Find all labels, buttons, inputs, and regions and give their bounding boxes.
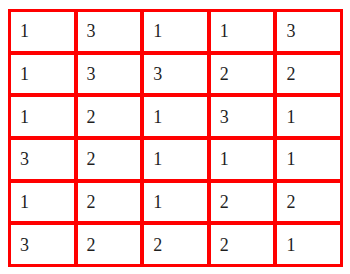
- grid-cell-r5c4: 2: [211, 183, 274, 222]
- grid-cell-r4c4: 1: [211, 140, 274, 179]
- grid-cell-r2c4: 2: [211, 55, 274, 94]
- grid-cell-r1c5: 3: [277, 12, 340, 51]
- grid-cell-r3c2: 2: [78, 97, 141, 136]
- grid-cell-r3c1: 1: [11, 97, 74, 136]
- grid-cell-r2c3: 3: [144, 55, 207, 94]
- grid-cell-r1c1: 1: [11, 12, 74, 51]
- grid-cell-r2c5: 2: [277, 55, 340, 94]
- grid-cell-r5c3: 1: [144, 183, 207, 222]
- grid-cell-r2c1: 1: [11, 55, 74, 94]
- grid-cell-r3c4: 3: [211, 97, 274, 136]
- grid-cell-r3c3: 1: [144, 97, 207, 136]
- grid-cell-r4c3: 1: [144, 140, 207, 179]
- grid-cell-r6c4: 2: [211, 225, 274, 264]
- grid-cell-r5c5: 2: [277, 183, 340, 222]
- grid-cell-r3c5: 1: [277, 97, 340, 136]
- grid-cell-r5c1: 1: [11, 183, 74, 222]
- screenshot-canvas: 131131332212131321111212232221: [0, 0, 350, 274]
- grid-cell-r6c2: 2: [78, 225, 141, 264]
- number-grid-board: 131131332212131321111212232221: [8, 9, 343, 267]
- grid-cell-r4c1: 3: [11, 140, 74, 179]
- grid-cell-r1c4: 1: [211, 12, 274, 51]
- grid-cell-r6c3: 2: [144, 225, 207, 264]
- grid-cell-r4c5: 1: [277, 140, 340, 179]
- grid-cell-r4c2: 2: [78, 140, 141, 179]
- grid-cell-r1c3: 1: [144, 12, 207, 51]
- grid-cell-r5c2: 2: [78, 183, 141, 222]
- grid-cell-r2c2: 3: [78, 55, 141, 94]
- grid-cell-r6c1: 3: [11, 225, 74, 264]
- grid-cell-r1c2: 3: [78, 12, 141, 51]
- grid-cell-r6c5: 1: [277, 225, 340, 264]
